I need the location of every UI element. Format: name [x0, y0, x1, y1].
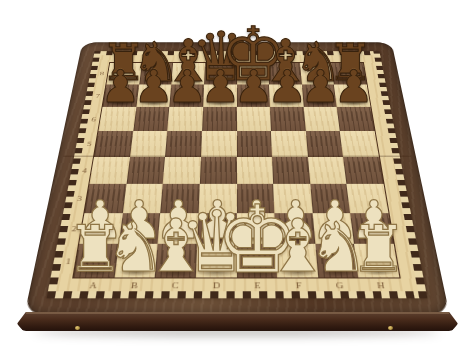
- piece-black-pawn-h7[interactable]: ♟: [334, 65, 374, 110]
- chess-set-photo: 87654321 ABCDEFGH ♜♞♝♛♚♝♞♜♟♟♟♟♟♟♟♟♟♟♟♟♟♟…: [0, 0, 474, 355]
- piece-white-rook-h1[interactable]: ♜: [350, 218, 407, 282]
- pieces-layer: ♜♞♝♛♚♝♞♜♟♟♟♟♟♟♟♟♟♟♟♟♟♟♟♟♜♞♝♛♚♝♞♜: [0, 0, 474, 355]
